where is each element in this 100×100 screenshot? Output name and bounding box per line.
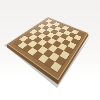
product-photo-background [0,0,100,100]
board-grid [13,19,83,72]
chessboard [7,17,88,80]
